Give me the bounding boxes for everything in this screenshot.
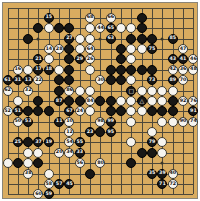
hoshi-point [161, 37, 164, 40]
black-stone [106, 75, 116, 85]
white-stone-move-40: 40 [168, 169, 178, 179]
black-stone-move-55: 55 [75, 137, 85, 147]
black-stone-move-11: 11 [54, 117, 64, 127]
black-stone [23, 34, 33, 44]
white-stone [168, 117, 178, 127]
white-stone-move-50: 50 [13, 117, 23, 127]
black-stone-move-41: 41 [178, 54, 188, 64]
black-stone [137, 148, 147, 158]
black-stone [168, 106, 178, 116]
black-stone-move-29: 29 [75, 54, 85, 64]
black-stone-move-27: 27 [64, 34, 74, 44]
white-stone [75, 34, 85, 44]
black-stone [126, 34, 136, 44]
black-stone-move-31: 31 [13, 75, 23, 85]
black-stone [54, 23, 64, 33]
white-stone-move-36: 36 [178, 65, 188, 75]
black-stone-move-85: 85 [168, 34, 178, 44]
white-stone-move-62: 62 [3, 86, 13, 96]
black-stone [64, 75, 74, 85]
white-stone [44, 169, 54, 179]
white-stone [75, 44, 85, 54]
white-stone-move-14: 14 [44, 44, 54, 54]
black-stone [33, 96, 43, 106]
white-stone-move-84: 84 [85, 96, 95, 106]
black-stone: △ [137, 96, 147, 106]
black-stone-move-63: 63 [106, 34, 116, 44]
black-stone-move-71: 71 [157, 179, 167, 189]
black-stone [137, 34, 147, 44]
black-stone [33, 23, 43, 33]
black-stone-move-73: 73 [147, 75, 157, 85]
white-stone-move-60: 60 [33, 189, 43, 199]
white-stone [126, 44, 136, 54]
white-stone-move-86: 86 [64, 86, 74, 96]
black-stone-move-13: 13 [23, 75, 33, 85]
black-stone-move-91: 91 [188, 106, 198, 116]
black-stone [64, 44, 74, 54]
white-stone-move-47: 47 [178, 44, 188, 54]
white-stone-move-42: 42 [168, 65, 178, 75]
white-stone [85, 65, 95, 75]
black-stone-move-43: 43 [168, 54, 178, 64]
black-stone [116, 54, 126, 64]
black-stone-move-19: 19 [44, 137, 54, 147]
white-stone [23, 148, 33, 158]
white-stone [147, 86, 157, 96]
white-stone-move-70: 70 [178, 75, 188, 85]
white-stone [85, 106, 95, 116]
white-stone [116, 23, 126, 33]
white-stone [126, 54, 136, 64]
white-stone [3, 158, 13, 168]
black-stone-move-95: 95 [106, 127, 116, 137]
white-stone [157, 96, 167, 106]
black-stone-move-21: 21 [33, 54, 43, 64]
black-stone [147, 148, 157, 158]
white-stone-move-64: 64 [85, 44, 95, 54]
white-stone-move-68: 68 [85, 13, 95, 23]
white-stone-move-56: 56 [75, 158, 85, 168]
white-stone [137, 86, 147, 96]
black-stone [126, 65, 136, 75]
black-stone-move-65: 65 [106, 23, 116, 33]
black-stone [147, 106, 157, 116]
white-stone [44, 23, 54, 33]
white-stone [126, 106, 136, 116]
black-stone [116, 75, 126, 85]
hoshi-point [37, 37, 40, 40]
white-stone [85, 34, 95, 44]
white-stone-move-28: 28 [54, 44, 64, 54]
white-stone-move-58: 58 [44, 179, 54, 189]
white-stone [23, 158, 33, 168]
black-stone-move-39: 39 [157, 169, 167, 179]
black-stone-move-51: 51 [13, 106, 23, 116]
white-stone [137, 106, 147, 116]
screenshot-frame: 1568664465276385142864754721292643414616… [0, 0, 200, 201]
black-stone-move-99: 99 [106, 117, 116, 127]
black-stone [23, 106, 33, 116]
black-stone-move-53: 53 [23, 117, 33, 127]
white-stone-move-34: 34 [64, 148, 74, 158]
black-stone [137, 23, 147, 33]
go-board: 1568664465276385142864754721292643414616… [2, 2, 198, 199]
white-stone [75, 86, 85, 96]
hoshi-point [161, 162, 164, 165]
white-stone-move-16: 16 [13, 65, 23, 75]
black-stone [147, 34, 157, 44]
black-stone [54, 75, 64, 85]
white-stone-move-38: 38 [23, 169, 33, 179]
white-stone [157, 117, 167, 127]
white-stone [126, 75, 136, 85]
black-stone [13, 158, 23, 168]
black-stone-move-25: 25 [13, 137, 23, 147]
black-stone [137, 13, 147, 23]
white-stone-move-32: 32 [23, 86, 33, 96]
white-stone-move-46: 46 [188, 54, 198, 64]
white-stone [85, 23, 95, 33]
black-stone [126, 158, 136, 168]
black-stone: ▢ [126, 86, 136, 96]
black-stone-move-57: 57 [54, 179, 64, 189]
black-stone-move-79: 79 [147, 137, 157, 147]
white-stone-move-12: 12 [64, 127, 74, 137]
white-stone-move-80: 80 [95, 158, 105, 168]
white-stone-move-66: 66 [106, 13, 116, 23]
black-stone [106, 65, 116, 75]
white-stone [23, 65, 33, 75]
black-stone-move-17: 17 [33, 65, 43, 75]
white-stone [168, 86, 178, 96]
black-stone [116, 65, 126, 75]
black-stone [75, 96, 85, 106]
white-stone [44, 54, 54, 64]
white-stone-move-98: 98 [95, 117, 105, 127]
white-stone [157, 86, 167, 96]
white-stone [126, 137, 136, 147]
black-stone [54, 86, 64, 96]
white-stone [33, 148, 43, 158]
white-stone [147, 127, 157, 137]
black-stone-move-45: 45 [64, 179, 74, 189]
black-stone [64, 65, 74, 75]
white-stone [137, 44, 147, 54]
black-stone-move-37: 37 [33, 137, 43, 147]
black-stone-move-18: 18 [44, 65, 54, 75]
white-stone-move-48: 48 [188, 65, 198, 75]
white-stone-move-52: 52 [3, 106, 13, 116]
white-stone-move-44: 44 [95, 23, 105, 33]
white-stone [147, 96, 157, 106]
black-stone-move-87: 87 [54, 96, 64, 106]
black-stone [64, 54, 74, 64]
black-stone [95, 127, 105, 137]
black-stone-move-89: 89 [168, 75, 178, 85]
white-stone-move-54: 54 [64, 137, 74, 147]
black-stone [33, 158, 43, 168]
square-mark: ▢ [129, 88, 135, 94]
black-stone [116, 44, 126, 54]
white-stone [126, 23, 136, 33]
white-stone-move-72: 72 [168, 179, 178, 189]
black-stone-move-23: 23 [85, 127, 95, 137]
black-stone-move-61: 61 [3, 75, 13, 85]
black-stone [95, 96, 105, 106]
black-stone-move-33: 33 [75, 148, 85, 158]
white-stone [116, 96, 126, 106]
black-stone [157, 106, 167, 116]
black-stone-move-67: 67 [64, 106, 74, 116]
black-stone-move-35: 35 [147, 169, 157, 179]
black-stone [106, 96, 116, 106]
white-stone [157, 148, 167, 158]
black-stone-move-75: 75 [147, 44, 157, 54]
white-stone [126, 96, 136, 106]
black-stone [64, 23, 74, 33]
white-stone-move-92: 92 [178, 96, 188, 106]
black-stone [106, 106, 116, 116]
white-stone-move-22: 22 [33, 75, 43, 85]
white-stone [157, 137, 167, 147]
black-stone [85, 169, 95, 179]
hoshi-point [99, 37, 102, 40]
white-stone [54, 65, 64, 75]
white-stone-move-26: 26 [85, 54, 95, 64]
black-stone [116, 106, 126, 116]
black-stone [33, 106, 43, 116]
black-stone-move-15: 15 [44, 13, 54, 23]
black-stone [23, 137, 33, 147]
triangle-mark: △ [139, 98, 144, 104]
white-stone-move-10: 10 [64, 117, 74, 127]
black-stone [168, 96, 178, 106]
black-stone-move-59: 59 [44, 189, 54, 199]
white-stone-move-76: 76 [188, 96, 198, 106]
white-stone [85, 86, 95, 96]
white-stone-move-24: 24 [75, 106, 85, 116]
white-stone [13, 96, 23, 106]
white-stone-move-90: 90 [178, 117, 188, 127]
white-stone-move-20: 20 [54, 148, 64, 158]
white-stone [126, 117, 136, 127]
black-stone [137, 65, 147, 75]
black-stone [64, 96, 74, 106]
black-stone [44, 106, 54, 116]
black-stone [147, 65, 157, 75]
white-stone-move-74: 74 [188, 117, 198, 127]
white-stone-move-30: 30 [95, 75, 105, 85]
